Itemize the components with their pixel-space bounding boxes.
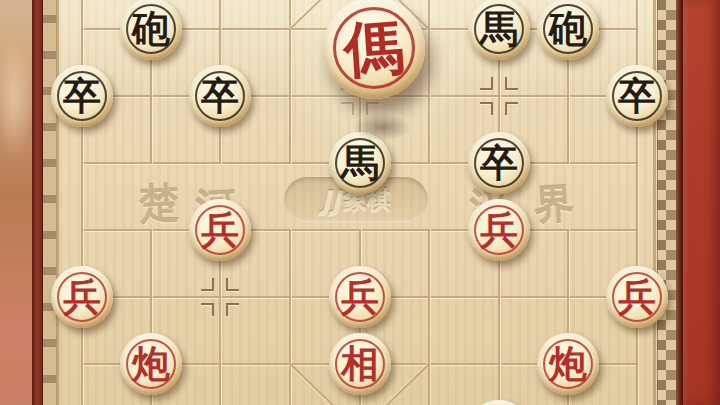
- point-marker-corner: [226, 278, 239, 291]
- piece-black-cannon-b3[interactable]: 砲: [120, 0, 182, 60]
- piece-red-soldier-g6[interactable]: 兵: [468, 199, 530, 261]
- piece-red-cannon-h8[interactable]: 炮: [537, 333, 599, 395]
- grid-line-file-i: [636, 0, 638, 405]
- board-frame-left-seam: [32, 0, 43, 405]
- point-marker-g4: [480, 77, 518, 115]
- board-border-line-left: [56, 0, 59, 405]
- piece-glyph: 卒: [201, 77, 239, 115]
- lifted-piece-glyph: 傌: [342, 16, 406, 80]
- piece-glyph: 兵: [63, 278, 101, 316]
- piece-red-cannon-b8[interactable]: 炮: [120, 333, 182, 395]
- piece-red-soldier-a7[interactable]: 兵: [51, 266, 113, 328]
- piece-glyph: 卒: [63, 77, 101, 115]
- piece-black-soldier-c4[interactable]: 卒: [189, 65, 251, 127]
- piece-black-cannon-h3[interactable]: 砲: [537, 0, 599, 60]
- point-marker-corner: [201, 303, 214, 316]
- piece-black-soldier-a4[interactable]: 卒: [51, 65, 113, 127]
- point-marker-c7: [201, 278, 239, 316]
- background-right-red-panel: [683, 0, 720, 405]
- logo-jj-text: JJ: [321, 185, 341, 216]
- piece-red-soldier-i7[interactable]: 兵: [606, 266, 668, 328]
- point-marker-corner: [226, 303, 239, 316]
- piece-black-horse-e5[interactable]: 馬: [329, 132, 391, 194]
- piece-red-elephant-e8[interactable]: 相: [329, 333, 391, 395]
- piece-glyph: 兵: [341, 278, 379, 316]
- point-marker-corner: [505, 77, 518, 90]
- piece-black-soldier-g5[interactable]: 卒: [468, 132, 530, 194]
- river-text-chu: 楚: [138, 175, 181, 232]
- point-marker-corner: [480, 102, 493, 115]
- piece-glyph: 馬: [341, 144, 379, 182]
- piece-glyph: 兵: [480, 211, 518, 249]
- grid-line-file-a: [81, 0, 83, 405]
- piece-glyph: 卒: [618, 77, 656, 115]
- point-marker-corner: [480, 77, 493, 90]
- piece-glyph: 馬: [480, 10, 518, 48]
- point-marker-corner: [201, 278, 214, 291]
- background-left-blur: [0, 0, 33, 405]
- piece-glyph: 炮: [132, 345, 170, 383]
- point-marker-corner: [505, 102, 518, 115]
- piece-glyph: 砲: [549, 10, 587, 48]
- piece-glyph: 兵: [201, 211, 239, 249]
- piece-glyph: 兵: [618, 278, 656, 316]
- river-text-jie: 界: [533, 176, 576, 233]
- piece-black-horse-g3[interactable]: 馬: [468, 0, 530, 60]
- piece-glyph: 卒: [480, 144, 518, 182]
- piece-glyph: 相: [341, 345, 379, 383]
- grid-line-file-f-bottom: [428, 229, 430, 405]
- xiangqi-app-screen: 楚 河 汉 界 JJ 象棋 砲馬砲卒卒卒馬卒兵兵兵兵兵炮相炮 傌: [0, 0, 720, 405]
- board-frame-right-seam: [676, 0, 683, 405]
- piece-glyph: 砲: [132, 10, 170, 48]
- lifted-piece-red-horse[interactable]: 傌: [323, 0, 425, 99]
- board-border-line-right: [653, 0, 656, 405]
- piece-black-soldier-i4[interactable]: 卒: [606, 65, 668, 127]
- grid-line-file-d-bottom: [289, 229, 291, 405]
- lifted-piece-shadow: [353, 114, 411, 141]
- piece-glyph: 炮: [549, 345, 587, 383]
- board-carved-edge-right: [657, 0, 676, 405]
- piece-red-soldier-e7[interactable]: 兵: [329, 266, 391, 328]
- piece-red-soldier-c6[interactable]: 兵: [189, 199, 251, 261]
